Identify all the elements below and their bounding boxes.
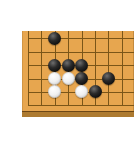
board-bottom-edge (22, 111, 134, 117)
black-stone[interactable]: ● (48, 32, 61, 45)
screenshot-canvas: ●●●●●●●●●●● (0, 0, 140, 150)
board-grid-horizontal-line (28, 38, 134, 39)
black-stone[interactable]: ● (62, 59, 75, 72)
white-stone[interactable]: ● (75, 85, 88, 98)
white-stone[interactable]: ● (48, 85, 61, 98)
board-grid-vertical-line (108, 31, 109, 106)
black-stone[interactable]: ● (75, 59, 88, 72)
board-grid-horizontal-line (28, 52, 134, 53)
board-grid-horizontal-line (28, 105, 134, 106)
board-grid-vertical-line (41, 31, 42, 106)
board-grid-vertical-line (122, 31, 123, 106)
black-stone[interactable]: ● (102, 72, 115, 85)
white-stone[interactable]: ● (48, 72, 61, 85)
go-board[interactable]: ●●●●●●●●●●● (22, 31, 134, 117)
white-stone[interactable]: ● (62, 72, 75, 85)
black-stone[interactable]: ● (48, 59, 61, 72)
black-stone[interactable]: ● (75, 72, 88, 85)
black-stone[interactable]: ● (89, 85, 102, 98)
board-grid-vertical-line (28, 31, 29, 106)
